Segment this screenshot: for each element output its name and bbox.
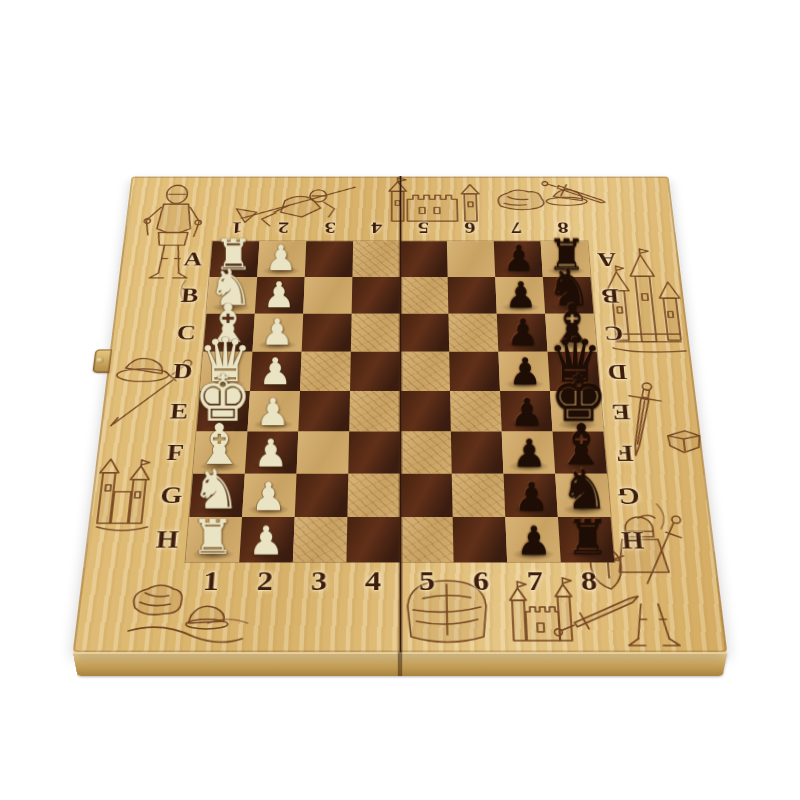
piece-black-pawn-f7[interactable]: ♟ xyxy=(500,435,558,473)
square-e2[interactable]: ♟ xyxy=(247,391,300,432)
file-label-right-b: B xyxy=(601,285,620,305)
great-helm-icon xyxy=(408,581,488,642)
square-h3[interactable] xyxy=(293,517,348,562)
castle-left-icon xyxy=(93,459,154,530)
square-f4[interactable] xyxy=(348,432,400,474)
piece-black-pawn-a7[interactable]: ♟ xyxy=(492,241,545,276)
square-h2[interactable]: ♟ xyxy=(239,517,294,562)
square-g6[interactable] xyxy=(452,474,506,517)
fallen-knight-icon xyxy=(235,187,355,226)
square-d7[interactable]: ♟ xyxy=(498,352,550,391)
rocks-bottom-left-icon xyxy=(127,585,245,642)
square-e4[interactable] xyxy=(349,391,400,432)
square-b6[interactable] xyxy=(448,277,497,314)
square-f7[interactable]: ♟ xyxy=(502,432,555,474)
file-label-left-a: A xyxy=(183,249,203,268)
square-g3[interactable] xyxy=(295,474,349,517)
square-b5[interactable] xyxy=(400,277,448,314)
piece-white-pawn-c2[interactable]: ♟ xyxy=(250,315,305,351)
piece-white-pawn-d2[interactable]: ♟ xyxy=(247,353,303,390)
square-f6[interactable] xyxy=(451,432,504,474)
piece-black-pawn-h7[interactable]: ♟ xyxy=(504,522,564,562)
square-f3[interactable] xyxy=(297,432,350,474)
rank-label-top-5: 5 xyxy=(418,220,429,237)
square-d2[interactable]: ♟ xyxy=(250,352,302,391)
piece-white-pawn-e2[interactable]: ♟ xyxy=(244,393,301,431)
piece-black-pawn-b7[interactable]: ♟ xyxy=(494,277,548,313)
square-h4[interactable] xyxy=(346,517,400,562)
piece-black-pawn-c7[interactable]: ♟ xyxy=(495,315,550,351)
rank-label-top-8: 8 xyxy=(557,220,569,237)
square-c2[interactable]: ♟ xyxy=(252,314,303,352)
square-f5[interactable] xyxy=(400,432,452,474)
castle-bottom-icon xyxy=(509,578,575,641)
piece-black-pawn-e7[interactable]: ♟ xyxy=(499,393,556,431)
rank-label-top-3: 3 xyxy=(324,220,336,237)
piece-white-pawn-a2[interactable]: ♟ xyxy=(254,241,307,276)
square-g5[interactable] xyxy=(400,474,453,517)
photo-stage: ♜♟♟♜♞♟♟♞♝♟♟♝♛♟♟♛♚♟♟♚♝♟♟♝♞♟♟♞♜♟♟♜ AABBCCD… xyxy=(0,0,800,800)
board-front-edge xyxy=(73,652,728,676)
square-e7[interactable]: ♟ xyxy=(500,391,553,432)
square-h6[interactable] xyxy=(453,517,508,562)
file-label-right-c: C xyxy=(603,322,624,343)
square-h5[interactable] xyxy=(400,517,454,562)
square-h7[interactable]: ♟ xyxy=(505,517,560,562)
short-sword-top-icon xyxy=(539,180,607,205)
square-b3[interactable] xyxy=(303,277,352,314)
file-label-right-a: A xyxy=(597,249,617,268)
piece-white-rook-h1[interactable]: ♜ xyxy=(183,513,243,561)
piece-black-rook-h8[interactable]: ♜ xyxy=(557,513,617,561)
square-g7[interactable]: ♟ xyxy=(503,474,557,517)
square-e6[interactable] xyxy=(450,391,502,432)
piece-white-pawn-b2[interactable]: ♟ xyxy=(252,277,306,313)
square-f2[interactable]: ♟ xyxy=(245,432,298,474)
file-label-right-d: D xyxy=(607,361,628,382)
square-a7[interactable]: ♟ xyxy=(494,241,543,277)
rank-label-top-2: 2 xyxy=(277,220,289,237)
file-label-left-d: D xyxy=(172,361,193,382)
rank-label-top-6: 6 xyxy=(464,220,476,237)
rank-label-top-1: 1 xyxy=(231,220,243,237)
file-label-left-b: B xyxy=(180,285,199,305)
piece-black-pawn-g7[interactable]: ♟ xyxy=(502,477,561,516)
stone-block-icon xyxy=(667,431,701,453)
square-b2[interactable]: ♟ xyxy=(255,277,305,314)
scene: ♜♟♟♜♞♟♟♞♝♟♟♝♛♟♟♛♚♟♟♚♝♟♟♝♞♟♟♞♜♟♟♜ AABBCCD… xyxy=(0,0,800,800)
downward-sword-icon xyxy=(619,380,663,458)
square-h8[interactable]: ♜ xyxy=(558,517,614,562)
rank-label-top-7: 7 xyxy=(510,220,522,237)
chess-board: ♜♟♟♜♞♟♟♞♝♟♟♝♛♟♟♛♚♟♟♚♝♟♟♝♞♟♟♞♜♟♟♜ AABBCCD… xyxy=(73,177,728,653)
piece-white-pawn-h2[interactable]: ♟ xyxy=(236,522,296,562)
square-g4[interactable] xyxy=(347,474,400,517)
square-h1[interactable]: ♜ xyxy=(186,517,242,562)
file-label-left-c: C xyxy=(176,322,197,343)
castle-top-icon xyxy=(389,178,480,221)
square-b7[interactable]: ♟ xyxy=(495,277,545,314)
square-g2[interactable]: ♟ xyxy=(242,474,296,517)
piece-white-pawn-f2[interactable]: ♟ xyxy=(242,435,300,473)
square-b4[interactable] xyxy=(352,277,400,314)
piece-black-pawn-d7[interactable]: ♟ xyxy=(497,353,553,390)
square-c7[interactable]: ♟ xyxy=(497,314,548,352)
piece-white-pawn-g2[interactable]: ♟ xyxy=(239,477,298,516)
square-e3[interactable] xyxy=(298,391,350,432)
square-e5[interactable] xyxy=(400,391,451,432)
rank-label-top-4: 4 xyxy=(371,220,382,237)
square-a2[interactable]: ♟ xyxy=(257,241,306,277)
